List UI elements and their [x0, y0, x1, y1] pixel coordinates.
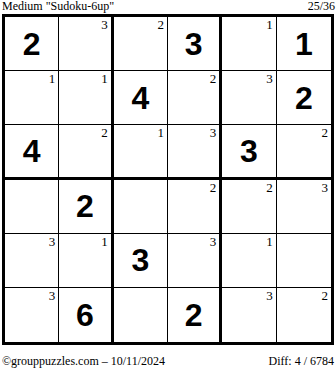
- given-digit: [59, 125, 110, 176]
- cell-r1c1: 2: [5, 17, 59, 71]
- clue-counter: 25/36: [308, 0, 335, 13]
- cell-r6c6: 2: [277, 288, 331, 342]
- cell-r2c3: 4: [114, 71, 168, 125]
- given-digit: [114, 288, 167, 342]
- cell-r4c4: 2: [168, 180, 222, 234]
- given-digit: 4: [114, 71, 167, 124]
- cell-r1c2: 3: [59, 17, 113, 71]
- puzzle-page: Medium "Sudoku-6up" 25/36 23231111423242…: [0, 0, 336, 370]
- cell-r4c2: 2: [59, 180, 113, 234]
- cell-r6c3: [114, 288, 168, 342]
- cell-r6c2: 6: [59, 288, 113, 342]
- cell-r2c5: 3: [222, 71, 276, 125]
- given-digit: [222, 71, 275, 124]
- given-digit: 2: [168, 288, 219, 342]
- given-digit: [277, 234, 331, 287]
- given-digit: [168, 180, 219, 233]
- cell-r1c4: 3: [168, 17, 222, 71]
- copyright-date: ©grouppuzzles.com – 10/11/2024: [2, 354, 165, 368]
- cell-r3c2: 2: [59, 125, 113, 179]
- given-digit: [222, 180, 275, 233]
- given-digit: 6: [59, 288, 110, 342]
- cell-r5c3: 3: [114, 234, 168, 288]
- given-digit: [168, 71, 219, 124]
- given-digit: 3: [114, 234, 167, 287]
- given-digit: [222, 17, 275, 70]
- difficulty-rating: Diff: 4 / 6784: [269, 354, 334, 368]
- given-digit: [168, 125, 219, 176]
- given-digit: 2: [5, 17, 58, 70]
- cell-r2c1: 1: [5, 71, 59, 125]
- cell-r5c6: [277, 234, 331, 288]
- given-digit: [59, 17, 110, 70]
- given-digit: [114, 180, 167, 233]
- cell-r1c3: 2: [114, 17, 168, 71]
- given-digit: 3: [168, 17, 219, 70]
- given-digit: [277, 288, 331, 342]
- puzzle-title: Medium "Sudoku-6up": [2, 0, 114, 13]
- given-digit: [5, 71, 58, 124]
- cell-r3c3: 1: [114, 125, 168, 179]
- given-digit: 2: [59, 180, 110, 233]
- given-digit: 2: [277, 71, 331, 124]
- given-digit: [59, 234, 110, 287]
- cell-r5c2: 1: [59, 234, 113, 288]
- cell-r3c5: 3: [222, 125, 276, 179]
- cell-r4c5: 2: [222, 180, 276, 234]
- cell-r2c2: 1: [59, 71, 113, 125]
- given-digit: 3: [222, 125, 275, 176]
- given-digit: [222, 288, 275, 342]
- given-digit: [114, 17, 167, 70]
- cell-r2c4: 2: [168, 71, 222, 125]
- cell-r3c4: 3: [168, 125, 222, 179]
- given-digit: [5, 288, 58, 342]
- cell-r6c1: 3: [5, 288, 59, 342]
- cell-r4c6: 3: [277, 180, 331, 234]
- given-digit: [277, 125, 331, 176]
- cell-r5c5: 1: [222, 234, 276, 288]
- given-digit: [114, 125, 167, 176]
- given-digit: [168, 234, 219, 287]
- sudoku-board: 23231111423242133222233133136232: [2, 14, 334, 345]
- page-footer: ©grouppuzzles.com – 10/11/2024 Diff: 4 /…: [2, 353, 334, 368]
- given-digit: 1: [277, 17, 331, 70]
- given-digit: [5, 180, 58, 233]
- cell-r6c5: 3: [222, 288, 276, 342]
- cell-r1c6: 1: [277, 17, 331, 71]
- cell-r1c5: 1: [222, 17, 276, 71]
- given-digit: [59, 71, 110, 124]
- cell-r6c4: 2: [168, 288, 222, 342]
- cell-r4c1: [5, 180, 59, 234]
- page-header: Medium "Sudoku-6up" 25/36: [2, 0, 335, 13]
- given-digit: 4: [5, 125, 58, 176]
- cell-r2c6: 2: [277, 71, 331, 125]
- cell-r5c4: 3: [168, 234, 222, 288]
- cell-r3c1: 4: [5, 125, 59, 179]
- cell-r3c6: 2: [277, 125, 331, 179]
- cell-r4c3: [114, 180, 168, 234]
- cell-r5c1: 3: [5, 234, 59, 288]
- given-digit: [222, 234, 275, 287]
- given-digit: [5, 234, 58, 287]
- given-digit: [277, 180, 331, 233]
